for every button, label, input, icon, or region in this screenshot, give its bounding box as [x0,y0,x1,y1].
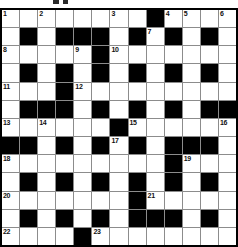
white-cell-r9c9[interactable] [147,155,164,172]
black-cell-r12c2 [20,210,37,227]
white-cell-r2c9[interactable]: 7 [147,28,164,45]
white-cell-r13c7[interactable] [110,228,127,245]
clue-number-21: 21 [148,191,155,200]
white-cell-r5c13[interactable] [219,83,236,100]
white-cell-r2c11[interactable] [183,28,200,45]
black-cell-r4c10 [165,64,182,81]
black-cell-r5c4 [56,83,73,100]
clue-number-22: 22 [3,227,10,236]
black-cell-r10c6 [92,173,109,190]
white-cell-r10c3[interactable] [38,173,55,190]
white-cell-r7c6[interactable] [92,119,109,136]
white-cell-r1c10[interactable]: 4 [165,10,182,27]
white-cell-r4c3[interactable] [38,64,55,81]
black-cell-r13c5 [74,228,91,245]
white-cell-r1c2[interactable] [20,10,37,27]
cropped-text-mark [53,0,59,4]
white-cell-r13c11[interactable] [183,228,200,245]
black-cell-r8c2 [20,137,37,154]
white-cell-r12c5[interactable] [74,210,91,227]
white-cell-r11c9[interactable]: 21 [147,192,164,209]
white-cell-r7c8[interactable]: 15 [129,119,146,136]
black-cell-r4c8 [129,64,146,81]
white-cell-r7c9[interactable] [147,119,164,136]
white-cell-r9c2[interactable] [20,155,37,172]
black-cell-r12c10 [165,210,182,227]
black-cell-r8c6 [92,137,109,154]
white-cell-r9c6[interactable] [92,155,109,172]
black-cell-r6c4 [56,101,73,118]
black-cell-r2c5 [74,28,91,45]
white-cell-r3c12[interactable] [201,46,218,63]
clue-number-1: 1 [3,9,7,18]
white-cell-r4c11[interactable] [183,64,200,81]
white-cell-r1c11[interactable]: 5 [183,10,200,27]
white-cell-r2c13[interactable] [219,28,236,45]
white-cell-r9c1[interactable]: 18 [2,155,19,172]
black-cell-r10c4 [56,173,73,190]
white-cell-r12c1[interactable] [2,210,19,227]
black-cell-r6c3 [38,101,55,118]
black-cell-r8c1 [2,137,19,154]
black-cell-r1c9 [147,10,164,27]
black-cell-r10c8 [129,173,146,190]
white-cell-r1c8[interactable] [129,10,146,27]
white-cell-r3c9[interactable] [147,46,164,63]
white-cell-r6c9[interactable] [147,101,164,118]
white-cell-r2c1[interactable] [2,28,19,45]
white-cell-r12c13[interactable] [219,210,236,227]
white-cell-r12c11[interactable] [183,210,200,227]
white-cell-r4c9[interactable] [147,64,164,81]
clue-number-18: 18 [3,154,10,163]
white-cell-r12c3[interactable] [38,210,55,227]
white-cell-r8c13[interactable] [219,137,236,154]
white-cell-r3c4[interactable] [56,46,73,63]
white-cell-r1c13[interactable]: 6 [219,10,236,27]
white-cell-r9c8[interactable] [129,155,146,172]
clue-number-6: 6 [220,9,224,18]
black-cell-r12c4 [56,210,73,227]
white-cell-r9c13[interactable] [219,155,236,172]
white-cell-r5c2[interactable] [20,83,37,100]
clue-number-9: 9 [75,45,79,54]
white-cell-r13c2[interactable] [20,228,37,245]
white-cell-r13c8[interactable] [129,228,146,245]
black-cell-r4c2 [20,64,37,81]
black-cell-r6c6 [92,101,109,118]
white-cell-r7c10[interactable] [165,119,182,136]
white-cell-r5c9[interactable] [147,83,164,100]
black-cell-r2c8 [129,28,146,45]
cropped-caption-fragment [53,0,68,5]
white-cell-r5c12[interactable] [201,83,218,100]
white-cell-r7c3[interactable]: 14 [38,119,55,136]
white-cell-r1c5[interactable] [74,10,91,27]
white-cell-r9c7[interactable] [110,155,127,172]
clue-number-5: 5 [184,9,188,18]
white-cell-r10c11[interactable] [183,173,200,190]
white-cell-r11c3[interactable] [38,192,55,209]
white-cell-r1c3[interactable]: 2 [38,10,55,27]
white-cell-r13c1[interactable]: 22 [2,228,19,245]
white-cell-r13c12[interactable] [201,228,218,245]
black-cell-r10c12 [201,173,218,190]
white-cell-r2c7[interactable] [110,28,127,45]
black-cell-r8c12 [201,137,218,154]
white-cell-r5c1[interactable]: 11 [2,83,19,100]
black-cell-r12c9 [147,210,164,227]
white-cell-r3c2[interactable] [20,46,37,63]
white-cell-r11c1[interactable]: 20 [2,192,19,209]
clue-number-4: 4 [166,9,170,18]
black-cell-r6c12 [201,101,218,118]
white-cell-r12c7[interactable] [110,210,127,227]
white-cell-r9c12[interactable] [201,155,218,172]
white-cell-r7c5[interactable] [74,119,91,136]
clue-number-2: 2 [39,9,43,18]
black-cell-r4c6 [92,64,109,81]
white-cell-r1c6[interactable] [92,10,109,27]
black-cell-r6c2 [20,101,37,118]
clue-number-16: 16 [220,118,227,127]
white-cell-r11c2[interactable] [20,192,37,209]
clue-number-23: 23 [93,227,100,236]
white-cell-r3c11[interactable] [183,46,200,63]
clue-number-3: 3 [111,9,115,18]
white-cell-r4c13[interactable] [219,64,236,81]
clue-number-7: 7 [148,27,152,36]
black-cell-r7c7 [110,119,127,136]
black-cell-r2c12 [201,28,218,45]
white-cell-r11c4[interactable] [56,192,73,209]
white-cell-r13c13[interactable] [219,228,236,245]
white-cell-r11c5[interactable] [74,192,91,209]
black-cell-r6c10 [165,101,182,118]
white-cell-r3c13[interactable] [219,46,236,63]
white-cell-r5c11[interactable] [183,83,200,100]
clue-number-12: 12 [75,82,82,91]
crossword-page: 1234567891011121314151617181920212223 [0,0,238,247]
white-cell-r10c13[interactable] [219,173,236,190]
white-cell-r6c5[interactable] [74,101,91,118]
white-cell-r1c1[interactable]: 1 [2,10,19,27]
white-cell-r7c11[interactable] [183,119,200,136]
white-cell-r1c12[interactable] [201,10,218,27]
black-cell-r2c2 [20,28,37,45]
white-cell-r7c4[interactable] [56,119,73,136]
white-cell-r5c6[interactable] [92,83,109,100]
white-cell-r7c1[interactable]: 13 [2,119,19,136]
black-cell-r8c8 [129,137,146,154]
white-cell-r5c7[interactable] [110,83,127,100]
clue-number-15: 15 [130,118,137,127]
white-cell-r11c13[interactable] [219,192,236,209]
white-cell-r6c7[interactable] [110,101,127,118]
white-cell-r13c4[interactable] [56,228,73,245]
black-cell-r6c8 [129,101,146,118]
crossword-grid: 1234567891011121314151617181920212223 [0,8,238,247]
black-cell-r3c6 [92,46,109,63]
clue-number-8: 8 [3,45,7,54]
white-cell-r8c3[interactable] [38,137,55,154]
white-cell-r10c1[interactable] [2,173,19,190]
white-cell-r1c4[interactable] [56,10,73,27]
clue-number-10: 10 [111,45,118,54]
white-cell-r5c10[interactable] [165,83,182,100]
white-cell-r11c10[interactable] [165,192,182,209]
white-cell-r3c3[interactable] [38,46,55,63]
black-cell-r8c10 [165,137,182,154]
white-cell-r9c5[interactable] [74,155,91,172]
white-cell-r4c5[interactable] [74,64,91,81]
white-cell-r10c9[interactable] [147,173,164,190]
black-cell-r2c10 [165,28,182,45]
white-cell-r4c1[interactable] [2,64,19,81]
white-cell-r3c8[interactable] [129,46,146,63]
white-cell-r11c6[interactable] [92,192,109,209]
white-cell-r8c7[interactable]: 17 [110,137,127,154]
clue-number-17: 17 [111,136,118,145]
white-cell-r13c9[interactable] [147,228,164,245]
white-cell-r2c3[interactable] [38,28,55,45]
clue-number-14: 14 [39,118,46,127]
white-cell-r3c1[interactable]: 8 [2,46,19,63]
white-cell-r11c11[interactable] [183,192,200,209]
black-cell-r2c6 [92,28,109,45]
black-cell-r10c10 [165,173,182,190]
white-cell-r5c8[interactable] [129,83,146,100]
white-cell-r11c12[interactable] [201,192,218,209]
white-cell-r10c7[interactable] [110,173,127,190]
black-cell-r12c12 [201,210,218,227]
white-cell-r5c3[interactable] [38,83,55,100]
black-cell-r11c8 [129,192,146,209]
white-cell-r13c6[interactable]: 23 [92,228,109,245]
black-cell-r6c13 [219,101,236,118]
white-cell-r10c5[interactable] [74,173,91,190]
white-cell-r9c3[interactable] [38,155,55,172]
white-cell-r1c7[interactable]: 3 [110,10,127,27]
black-cell-r10c2 [20,173,37,190]
white-cell-r6c11[interactable] [183,101,200,118]
black-cell-r9c10 [165,155,182,172]
white-cell-r8c9[interactable] [147,137,164,154]
white-cell-r7c2[interactable] [20,119,37,136]
black-cell-r12c8 [129,210,146,227]
white-cell-r9c11[interactable]: 19 [183,155,200,172]
white-cell-r8c5[interactable] [74,137,91,154]
white-cell-r11c7[interactable] [110,192,127,209]
clue-number-13: 13 [3,118,10,127]
white-cell-r3c10[interactable] [165,46,182,63]
white-cell-r3c5[interactable]: 9 [74,46,91,63]
white-cell-r13c10[interactable] [165,228,182,245]
white-cell-r3c7[interactable]: 10 [110,46,127,63]
cropped-text-mark [63,0,68,4]
clue-number-19: 19 [184,154,191,163]
black-cell-r2c4 [56,28,73,45]
white-cell-r4c7[interactable] [110,64,127,81]
black-cell-r8c4 [56,137,73,154]
white-cell-r13c3[interactable] [38,228,55,245]
black-cell-r4c12 [201,64,218,81]
white-cell-r6c1[interactable] [2,101,19,118]
white-cell-r9c4[interactable] [56,155,73,172]
black-cell-r8c11 [183,137,200,154]
clue-number-11: 11 [3,82,10,91]
black-cell-r12c6 [92,210,109,227]
black-cell-r4c4 [56,64,73,81]
white-cell-r5c5[interactable]: 12 [74,83,91,100]
white-cell-r7c12[interactable] [201,119,218,136]
clue-number-20: 20 [3,191,10,200]
white-cell-r7c13[interactable]: 16 [219,119,236,136]
